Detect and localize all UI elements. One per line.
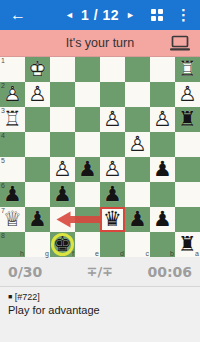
piece-fill-glyph: ♜ — [175, 107, 200, 132]
square-b2[interactable] — [150, 82, 175, 107]
app-bar-actions: ⋮ — [151, 0, 191, 30]
file-label: h — [20, 250, 24, 257]
square-c8[interactable]: c — [125, 232, 150, 257]
square-b4[interactable] — [150, 132, 175, 157]
file-label: f — [72, 250, 74, 257]
square-c4[interactable]: ♟♙ — [125, 132, 150, 157]
puzzle-instruction: Play for advantage — [8, 304, 192, 316]
square-c6[interactable] — [125, 182, 150, 207]
square-g5[interactable] — [25, 157, 50, 182]
square-h3[interactable]: 3♜♖ — [0, 107, 25, 132]
square-d6[interactable]: ♟ — [100, 182, 125, 207]
square-f4[interactable] — [50, 132, 75, 157]
prev-puzzle-icon[interactable]: ◄ — [65, 10, 74, 20]
square-d8[interactable]: d — [100, 232, 125, 257]
square-b5[interactable]: ♟ — [150, 157, 175, 182]
square-f3[interactable] — [50, 107, 75, 132]
puzzle-id: [#722] — [15, 292, 40, 302]
white-pawn[interactable]: ♟♙ — [50, 157, 75, 182]
square-e5[interactable]: ♟ — [75, 157, 100, 182]
white-rook[interactable]: ♜♖ — [175, 57, 200, 82]
square-a5[interactable] — [175, 157, 200, 182]
square-e2[interactable] — [75, 82, 100, 107]
square-d4[interactable] — [100, 132, 125, 157]
square-g6[interactable] — [25, 182, 50, 207]
piece-fill-glyph: ♟ — [150, 157, 175, 182]
turn-banner-label: It's your turn — [66, 36, 134, 50]
piece-fill-glyph: ♟ — [150, 207, 175, 232]
square-b8[interactable]: b — [150, 232, 175, 257]
overflow-menu-icon[interactable]: ⋮ — [176, 0, 191, 30]
black-queen[interactable]: ♛ — [100, 207, 125, 232]
piece-outline-glyph: ♙ — [50, 157, 75, 182]
puzzle-counter[interactable]: 1 / 12 — [81, 7, 119, 23]
computer-icon[interactable] — [169, 35, 191, 52]
piece-outline-glyph: ♔ — [25, 57, 50, 82]
file-label: g — [45, 250, 49, 257]
square-h6[interactable]: 6♟ — [0, 182, 25, 207]
black-pawn[interactable]: ♟ — [25, 207, 50, 232]
square-c5[interactable] — [125, 157, 150, 182]
piece-outline-glyph: ♙ — [100, 107, 125, 132]
black-pawn[interactable]: ♟ — [75, 157, 100, 182]
square-e7[interactable] — [75, 207, 100, 232]
square-a7[interactable] — [175, 207, 200, 232]
piece-fill-glyph: ♟ — [100, 182, 125, 207]
turn-banner: It's your turn — [0, 30, 200, 57]
status-bar: 0/30 ∓/∓ 00:06 — [0, 257, 200, 287]
square-g4[interactable] — [25, 132, 50, 157]
white-pawn[interactable]: ♟♙ — [150, 107, 175, 132]
square-c7[interactable]: ♟ — [125, 207, 150, 232]
black-pawn[interactable]: ♟ — [150, 157, 175, 182]
black-to-move-icon: ■ — [8, 293, 12, 300]
file-label: c — [146, 250, 150, 257]
square-e1[interactable] — [75, 57, 100, 82]
square-e8[interactable]: e — [75, 232, 100, 257]
piece-outline-glyph: ♖ — [175, 57, 200, 82]
puzzle-info: ■ [#722] Play for advantage — [0, 287, 200, 342]
piece-outline-glyph: ♙ — [25, 82, 50, 107]
square-b3[interactable]: ♟♙ — [150, 107, 175, 132]
square-b1[interactable] — [150, 57, 175, 82]
square-h2[interactable]: 2♟♙ — [0, 82, 25, 107]
square-g2[interactable]: ♟♙ — [25, 82, 50, 107]
piece-fill-glyph: ♟ — [125, 207, 150, 232]
square-a4[interactable] — [175, 132, 200, 157]
back-arrow-icon[interactable]: ← — [10, 0, 26, 30]
square-f2[interactable] — [50, 82, 75, 107]
square-b6[interactable] — [150, 182, 175, 207]
square-b7[interactable]: ♟ — [150, 207, 175, 232]
black-pawn[interactable]: ♟ — [150, 207, 175, 232]
file-label: e — [95, 250, 99, 257]
black-pawn[interactable]: ♟ — [125, 207, 150, 232]
square-d3[interactable]: ♟♙ — [100, 107, 125, 132]
square-g3[interactable] — [25, 107, 50, 132]
square-f5[interactable]: ♟♙ — [50, 157, 75, 182]
chess-board[interactable]: 1♚♔♜♖2♟♙♟♙♟♙3♜♖♟♙♟♙♜4♟♙5♟♙♟♟♙♟6♟♟♟7♛♕♟♛♟… — [0, 57, 200, 257]
piece-fill-glyph: ♟ — [50, 182, 75, 207]
white-pawn[interactable]: ♟♙ — [175, 82, 200, 107]
file-label: d — [120, 250, 124, 257]
black-pawn[interactable]: ♟ — [100, 182, 125, 207]
piece-fill-glyph: ♟ — [75, 157, 100, 182]
piece-outline-glyph: ♙ — [175, 82, 200, 107]
square-a3[interactable]: ♜ — [175, 107, 200, 132]
file-label: b — [170, 250, 174, 257]
square-a8[interactable]: a♜ — [175, 232, 200, 257]
square-g1[interactable]: ♚♔ — [25, 57, 50, 82]
square-e6[interactable] — [75, 182, 100, 207]
square-f8[interactable]: f♚ — [50, 232, 75, 257]
square-d2[interactable] — [100, 82, 125, 107]
grid-view-icon[interactable] — [151, 9, 163, 21]
square-f1[interactable] — [50, 57, 75, 82]
square-g7[interactable]: ♟ — [25, 207, 50, 232]
rank-label: 1 — [1, 57, 5, 64]
puzzle-navigation: ◄ 1 / 12 ► — [65, 7, 135, 23]
square-a2[interactable]: ♟♙ — [175, 82, 200, 107]
white-king[interactable]: ♚♔ — [25, 57, 50, 82]
square-d5[interactable]: ♟♙ — [100, 157, 125, 182]
piece-fill-glyph: ♟ — [25, 207, 50, 232]
black-rook[interactable]: ♜ — [175, 107, 200, 132]
rank-label: 8 — [1, 232, 5, 239]
rank-label: 3 — [1, 107, 5, 114]
piece-outline-glyph: ♙ — [125, 132, 150, 157]
white-pawn[interactable]: ♟♙ — [100, 157, 125, 182]
square-h4[interactable]: 4 — [0, 132, 25, 157]
square-g8[interactable]: g — [25, 232, 50, 257]
square-e3[interactable] — [75, 107, 100, 132]
square-a6[interactable] — [175, 182, 200, 207]
square-d1[interactable] — [100, 57, 125, 82]
square-e4[interactable] — [75, 132, 100, 157]
rank-label: 6 — [1, 182, 5, 189]
rank-label: 5 — [1, 157, 5, 164]
rank-label: 2 — [1, 82, 5, 89]
square-h1[interactable]: 1 — [0, 57, 25, 82]
square-a1[interactable]: ♜♖ — [175, 57, 200, 82]
square-c3[interactable] — [125, 107, 150, 132]
rank-label: 4 — [1, 132, 5, 139]
file-label: a — [195, 250, 199, 257]
piece-outline-glyph: ♙ — [100, 157, 125, 182]
square-d7[interactable]: ♛ — [100, 207, 125, 232]
square-f6[interactable]: ♟ — [50, 182, 75, 207]
evaluation-symbols: ∓/∓ — [0, 264, 200, 279]
app-bar: ← ◄ 1 / 12 ► ⋮ — [0, 0, 200, 30]
white-pawn[interactable]: ♟♙ — [25, 82, 50, 107]
white-pawn[interactable]: ♟♙ — [100, 107, 125, 132]
piece-outline-glyph: ♙ — [150, 107, 175, 132]
square-f7[interactable] — [50, 207, 75, 232]
rank-label: 7 — [1, 207, 5, 214]
white-pawn[interactable]: ♟♙ — [125, 132, 150, 157]
black-pawn[interactable]: ♟ — [50, 182, 75, 207]
square-c1[interactable] — [125, 57, 150, 82]
square-h5[interactable]: 5 — [0, 157, 25, 182]
piece-fill-glyph: ♛ — [100, 207, 125, 232]
puzzle-id-line: ■ [#722] — [8, 292, 192, 302]
next-puzzle-icon[interactable]: ► — [126, 10, 135, 20]
square-h8[interactable]: 8h — [0, 232, 25, 257]
square-h7[interactable]: 7♛♕ — [0, 207, 25, 232]
square-c2[interactable] — [125, 82, 150, 107]
